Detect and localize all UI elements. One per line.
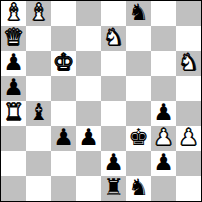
square-h6[interactable]: ♞ [176, 51, 201, 76]
square-f6[interactable] [126, 51, 151, 76]
black-pawn-piece: ♟ [3, 51, 24, 75]
black-knight-piece: ♞ [128, 1, 149, 25]
square-a2[interactable] [1, 151, 26, 176]
square-b7[interactable] [26, 26, 51, 51]
white-king-piece: ♚ [53, 51, 74, 75]
black-rook-piece: ♜ [103, 176, 124, 200]
square-c4[interactable] [51, 101, 76, 126]
square-d6[interactable] [76, 51, 101, 76]
square-c3[interactable]: ♟ [51, 126, 76, 151]
square-b2[interactable] [26, 151, 51, 176]
square-g3[interactable]: ♟ [151, 126, 176, 151]
white-bishop-piece: ♝ [28, 1, 49, 25]
square-a6[interactable]: ♟ [1, 51, 26, 76]
square-g4[interactable]: ♟ [151, 101, 176, 126]
square-e3[interactable] [101, 126, 126, 151]
square-f4[interactable] [126, 101, 151, 126]
square-g5[interactable] [151, 76, 176, 101]
black-knight-piece: ♞ [128, 176, 149, 200]
white-pawn-piece: ♟ [178, 126, 199, 150]
chess-board: ♝♝♞♛♞♟♚♞♟♜♝♟♟♟♚♟♟♟♟♜♞ [1, 1, 201, 201]
square-c5[interactable] [51, 76, 76, 101]
square-h7[interactable] [176, 26, 201, 51]
square-g8[interactable] [151, 1, 176, 26]
white-pawn-piece: ♟ [153, 126, 174, 150]
square-e4[interactable] [101, 101, 126, 126]
square-e8[interactable] [101, 1, 126, 26]
square-c1[interactable] [51, 176, 76, 201]
black-bishop-piece: ♝ [28, 101, 49, 125]
square-b4[interactable]: ♝ [26, 101, 51, 126]
square-h1[interactable] [176, 176, 201, 201]
square-f1[interactable]: ♞ [126, 176, 151, 201]
chess-board-frame: ♝♝♞♛♞♟♚♞♟♜♝♟♟♟♚♟♟♟♟♜♞ [0, 0, 202, 202]
square-g1[interactable] [151, 176, 176, 201]
square-f3[interactable]: ♚ [126, 126, 151, 151]
square-a8[interactable]: ♝ [1, 1, 26, 26]
black-pawn-piece: ♟ [153, 151, 174, 175]
square-h8[interactable] [176, 1, 201, 26]
square-b5[interactable] [26, 76, 51, 101]
white-bishop-piece: ♝ [3, 1, 24, 25]
square-d2[interactable] [76, 151, 101, 176]
black-king-piece: ♚ [128, 126, 149, 150]
square-f5[interactable] [126, 76, 151, 101]
square-e6[interactable] [101, 51, 126, 76]
square-g7[interactable] [151, 26, 176, 51]
square-h5[interactable] [176, 76, 201, 101]
square-h2[interactable] [176, 151, 201, 176]
square-h3[interactable]: ♟ [176, 126, 201, 151]
white-rook-piece: ♜ [3, 101, 24, 125]
square-d7[interactable] [76, 26, 101, 51]
white-queen-piece: ♛ [3, 26, 24, 50]
square-g2[interactable]: ♟ [151, 151, 176, 176]
white-knight-piece: ♞ [103, 26, 124, 50]
square-d4[interactable] [76, 101, 101, 126]
square-e7[interactable]: ♞ [101, 26, 126, 51]
square-d3[interactable]: ♟ [76, 126, 101, 151]
square-a7[interactable]: ♛ [1, 26, 26, 51]
square-d8[interactable] [76, 1, 101, 26]
square-b8[interactable]: ♝ [26, 1, 51, 26]
square-c6[interactable]: ♚ [51, 51, 76, 76]
black-pawn-piece: ♟ [3, 76, 24, 100]
square-b6[interactable] [26, 51, 51, 76]
black-pawn-piece: ♟ [78, 126, 99, 150]
square-c8[interactable] [51, 1, 76, 26]
square-c2[interactable] [51, 151, 76, 176]
square-g6[interactable] [151, 51, 176, 76]
square-c7[interactable] [51, 26, 76, 51]
square-f7[interactable] [126, 26, 151, 51]
square-d5[interactable] [76, 76, 101, 101]
black-pawn-piece: ♟ [103, 151, 124, 175]
square-a3[interactable] [1, 126, 26, 151]
square-b3[interactable] [26, 126, 51, 151]
square-e5[interactable] [101, 76, 126, 101]
square-h4[interactable] [176, 101, 201, 126]
white-knight-piece: ♞ [178, 51, 199, 75]
square-b1[interactable] [26, 176, 51, 201]
square-a5[interactable]: ♟ [1, 76, 26, 101]
square-e2[interactable]: ♟ [101, 151, 126, 176]
square-e1[interactable]: ♜ [101, 176, 126, 201]
square-f8[interactable]: ♞ [126, 1, 151, 26]
square-a4[interactable]: ♜ [1, 101, 26, 126]
square-a1[interactable] [1, 176, 26, 201]
black-pawn-piece: ♟ [53, 126, 74, 150]
square-f2[interactable] [126, 151, 151, 176]
square-d1[interactable] [76, 176, 101, 201]
black-pawn-piece: ♟ [153, 101, 174, 125]
